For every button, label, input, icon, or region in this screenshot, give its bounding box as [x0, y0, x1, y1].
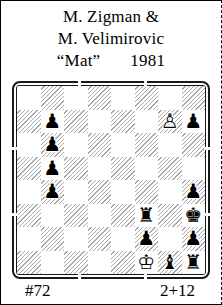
square-a6 [17, 133, 41, 157]
square-e7 [111, 110, 135, 134]
black-pawn-h7: ♟ [184, 110, 202, 133]
square-c8 [64, 86, 88, 110]
black-rook-h1: ♜ [184, 251, 202, 274]
black-pawn-b7: ♟ [43, 110, 61, 133]
white-king-f1: ♔ [137, 251, 155, 274]
square-b2 [41, 227, 65, 251]
square-e5 [111, 157, 135, 181]
square-h5 [182, 157, 206, 181]
square-a7 [17, 110, 41, 134]
board-frame: ♟♙♟♟♟♟♟♜♚♟♟♔♝♜ [12, 81, 210, 279]
frame-tick [78, 81, 81, 87]
square-h3: ♚ [182, 204, 206, 228]
square-b5: ♟ [41, 157, 65, 181]
square-a5 [17, 157, 41, 181]
square-c5 [64, 157, 88, 181]
square-a1 [17, 251, 41, 275]
black-king-h3: ♚ [184, 204, 202, 227]
frame-tick [78, 273, 81, 279]
square-h7: ♟ [182, 110, 206, 134]
square-c6 [64, 133, 88, 157]
square-b6: ♟ [41, 133, 65, 157]
square-c1 [64, 251, 88, 275]
black-pawn-b5: ♟ [43, 157, 61, 180]
square-g6 [158, 133, 182, 157]
black-pawn-h2: ♟ [184, 227, 202, 250]
square-h1: ♜ [182, 251, 206, 275]
source-name: “Mat” [57, 50, 100, 72]
square-c4 [64, 180, 88, 204]
frame-tick [144, 273, 147, 279]
black-pawn-h4: ♟ [184, 180, 202, 203]
square-g7: ♙ [158, 110, 182, 134]
square-e4 [111, 180, 135, 204]
square-d7 [88, 110, 112, 134]
square-c3 [64, 204, 88, 228]
square-e8 [111, 86, 135, 110]
square-b8 [41, 86, 65, 110]
frame-tick [204, 213, 210, 216]
square-a8 [17, 86, 41, 110]
square-g1: ♝ [158, 251, 182, 275]
black-pawn-b6: ♟ [43, 133, 61, 156]
piece-count: 2+12 [160, 281, 195, 301]
source-year: 1981 [130, 50, 165, 72]
header: M. Zigman & M. Velimirovic “Mat” 1981 [1, 6, 221, 72]
source-line: “Mat” 1981 [1, 50, 221, 72]
black-pawn-b4: ♟ [43, 180, 61, 203]
frame-tick [12, 213, 18, 216]
square-h8 [182, 86, 206, 110]
black-bishop-g1: ♝ [161, 251, 179, 274]
frame-tick [12, 147, 18, 150]
author-line-1: M. Zigman & [1, 6, 221, 28]
square-g8 [158, 86, 182, 110]
square-d3 [88, 204, 112, 228]
square-d6 [88, 133, 112, 157]
square-a2 [17, 227, 41, 251]
square-f1: ♔ [135, 251, 159, 275]
square-f3: ♜ [135, 204, 159, 228]
black-pawn-f2: ♟ [137, 227, 155, 250]
square-f7 [135, 110, 159, 134]
stipulation: #72 [25, 281, 51, 301]
square-d5 [88, 157, 112, 181]
frame-tick [144, 81, 147, 87]
white-pawn-g7: ♙ [161, 110, 179, 133]
square-h2: ♟ [182, 227, 206, 251]
square-b7: ♟ [41, 110, 65, 134]
square-a4 [17, 180, 41, 204]
frame-tick [204, 147, 210, 150]
square-f2: ♟ [135, 227, 159, 251]
square-c2 [64, 227, 88, 251]
square-e3 [111, 204, 135, 228]
square-d2 [88, 227, 112, 251]
square-b3 [41, 204, 65, 228]
square-f5 [135, 157, 159, 181]
square-f6 [135, 133, 159, 157]
square-e1 [111, 251, 135, 275]
square-a3 [17, 204, 41, 228]
square-d1 [88, 251, 112, 275]
square-g5 [158, 157, 182, 181]
square-b4: ♟ [41, 180, 65, 204]
author-line-2: M. Velimirovic [1, 28, 221, 50]
square-h6 [182, 133, 206, 157]
square-g4 [158, 180, 182, 204]
square-f8 [135, 86, 159, 110]
square-h4: ♟ [182, 180, 206, 204]
board: ♟♙♟♟♟♟♟♜♚♟♟♔♝♜ [16, 85, 206, 275]
square-e6 [111, 133, 135, 157]
square-f4 [135, 180, 159, 204]
square-b1 [41, 251, 65, 275]
square-c7 [64, 110, 88, 134]
square-e2 [111, 227, 135, 251]
problem-diagram-page: M. Zigman & M. Velimirovic “Mat” 1981 ♟♙… [0, 0, 222, 305]
square-d4 [88, 180, 112, 204]
square-d8 [88, 86, 112, 110]
square-g3 [158, 204, 182, 228]
square-g2 [158, 227, 182, 251]
black-rook-f3: ♜ [137, 204, 155, 227]
